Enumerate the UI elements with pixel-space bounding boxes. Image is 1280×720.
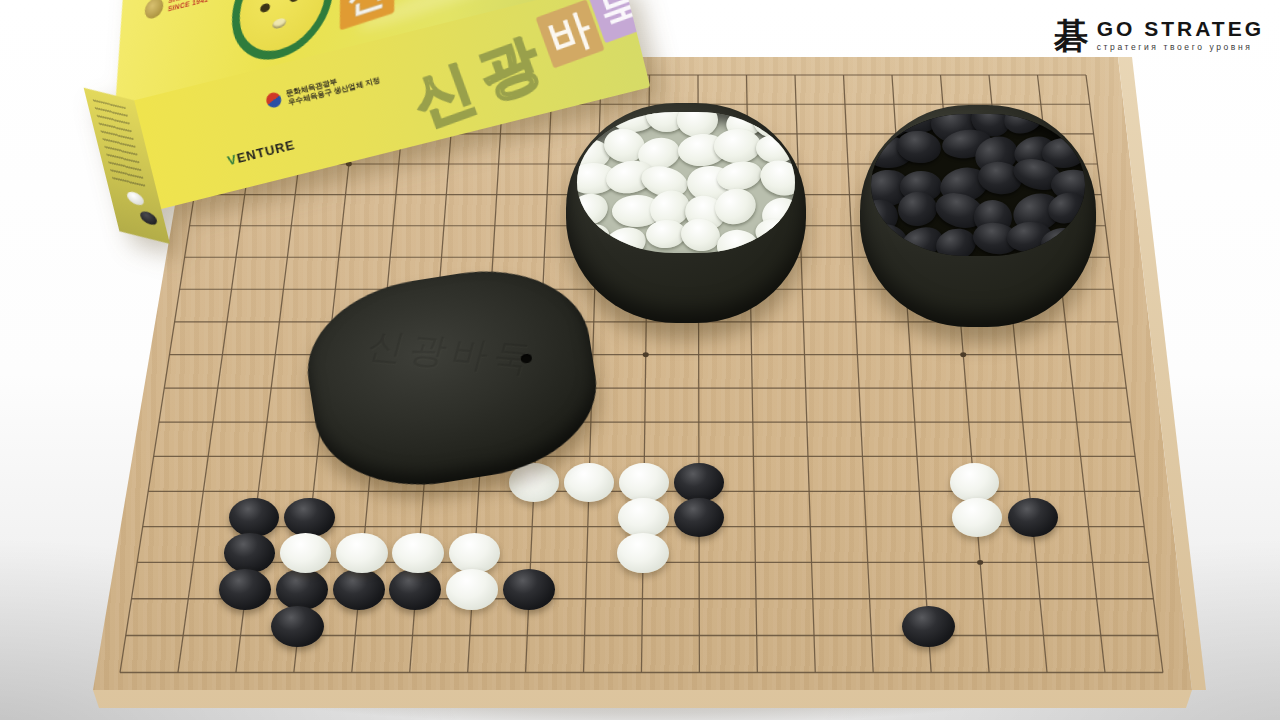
white-bowl-stone (601, 224, 649, 253)
white-stone (950, 463, 1000, 502)
black-bowl-stone (933, 225, 978, 256)
black-stone (284, 498, 335, 537)
certification-mark: 문화체육관광부 우수체육용구 생산업체 지정 (265, 67, 381, 112)
front-title-char: 광 (468, 21, 552, 118)
white-stone (280, 533, 331, 573)
white-stone (564, 463, 614, 502)
black-stone (503, 569, 555, 610)
title-char: 신 (348, 0, 387, 27)
black-stone (1008, 498, 1059, 537)
white-stone (449, 533, 500, 573)
white-stone-pile (577, 112, 795, 253)
black-stone (389, 569, 441, 610)
black-stone (276, 569, 328, 610)
black-stone (224, 533, 275, 573)
black-stone (271, 606, 324, 647)
white-stone (618, 498, 669, 537)
taegeuk-icon (263, 90, 284, 111)
maker-label: VENTURE (226, 137, 297, 168)
white-stone (619, 463, 669, 502)
black-stone-pile (871, 114, 1085, 256)
black-stones-bowl (860, 105, 1096, 327)
white-stone (336, 533, 387, 573)
title-tile: 신 (340, 0, 395, 30)
white-stone (392, 533, 443, 573)
white-stone (952, 498, 1003, 537)
black-stone (219, 569, 271, 610)
front-title-char: 바 (541, 0, 600, 67)
black-stone (333, 569, 385, 610)
black-stone (902, 606, 955, 647)
black-stone-icon (139, 210, 159, 227)
white-bowl-stone (752, 214, 795, 252)
black-bowl-stone (1001, 114, 1047, 138)
black-stone (674, 463, 724, 502)
white-stone (617, 533, 668, 573)
white-bowl-stone (577, 219, 613, 253)
black-bowl-stone (871, 223, 908, 256)
white-stone-icon (126, 190, 146, 207)
go-product-photo: SHIN KWANG BADUK SINCE 1941 신 광 바 둑 ◉ 小石 (0, 0, 1280, 720)
white-bowl-stone (714, 129, 762, 164)
go-strateg-logo: 碁 GO STRATEG стратегия твоего уровня (1054, 18, 1264, 54)
black-stone (229, 498, 280, 537)
smiley-eye-icon (289, 0, 299, 3)
front-title-char: 신 (402, 47, 486, 144)
logo-subtitle: стратегия твоего уровня (1097, 42, 1264, 52)
brand-emblem-icon (144, 0, 164, 21)
white-stone (446, 569, 498, 610)
black-stone (674, 498, 725, 537)
smiley-mouth-icon (272, 17, 286, 30)
box-brand-mini: SHIN KWANG BADUK SINCE 1941 (144, 0, 244, 21)
white-bowl-stone (756, 155, 795, 201)
go-kanji-icon: 碁 (1054, 18, 1089, 54)
smiley-eye-icon (260, 3, 270, 14)
lid-embossed-title: 신광바둑 (362, 322, 542, 385)
logo-title: GO STRATEG (1097, 18, 1264, 40)
white-bowl-stone (677, 112, 718, 137)
white-stones-bowl (566, 103, 806, 323)
